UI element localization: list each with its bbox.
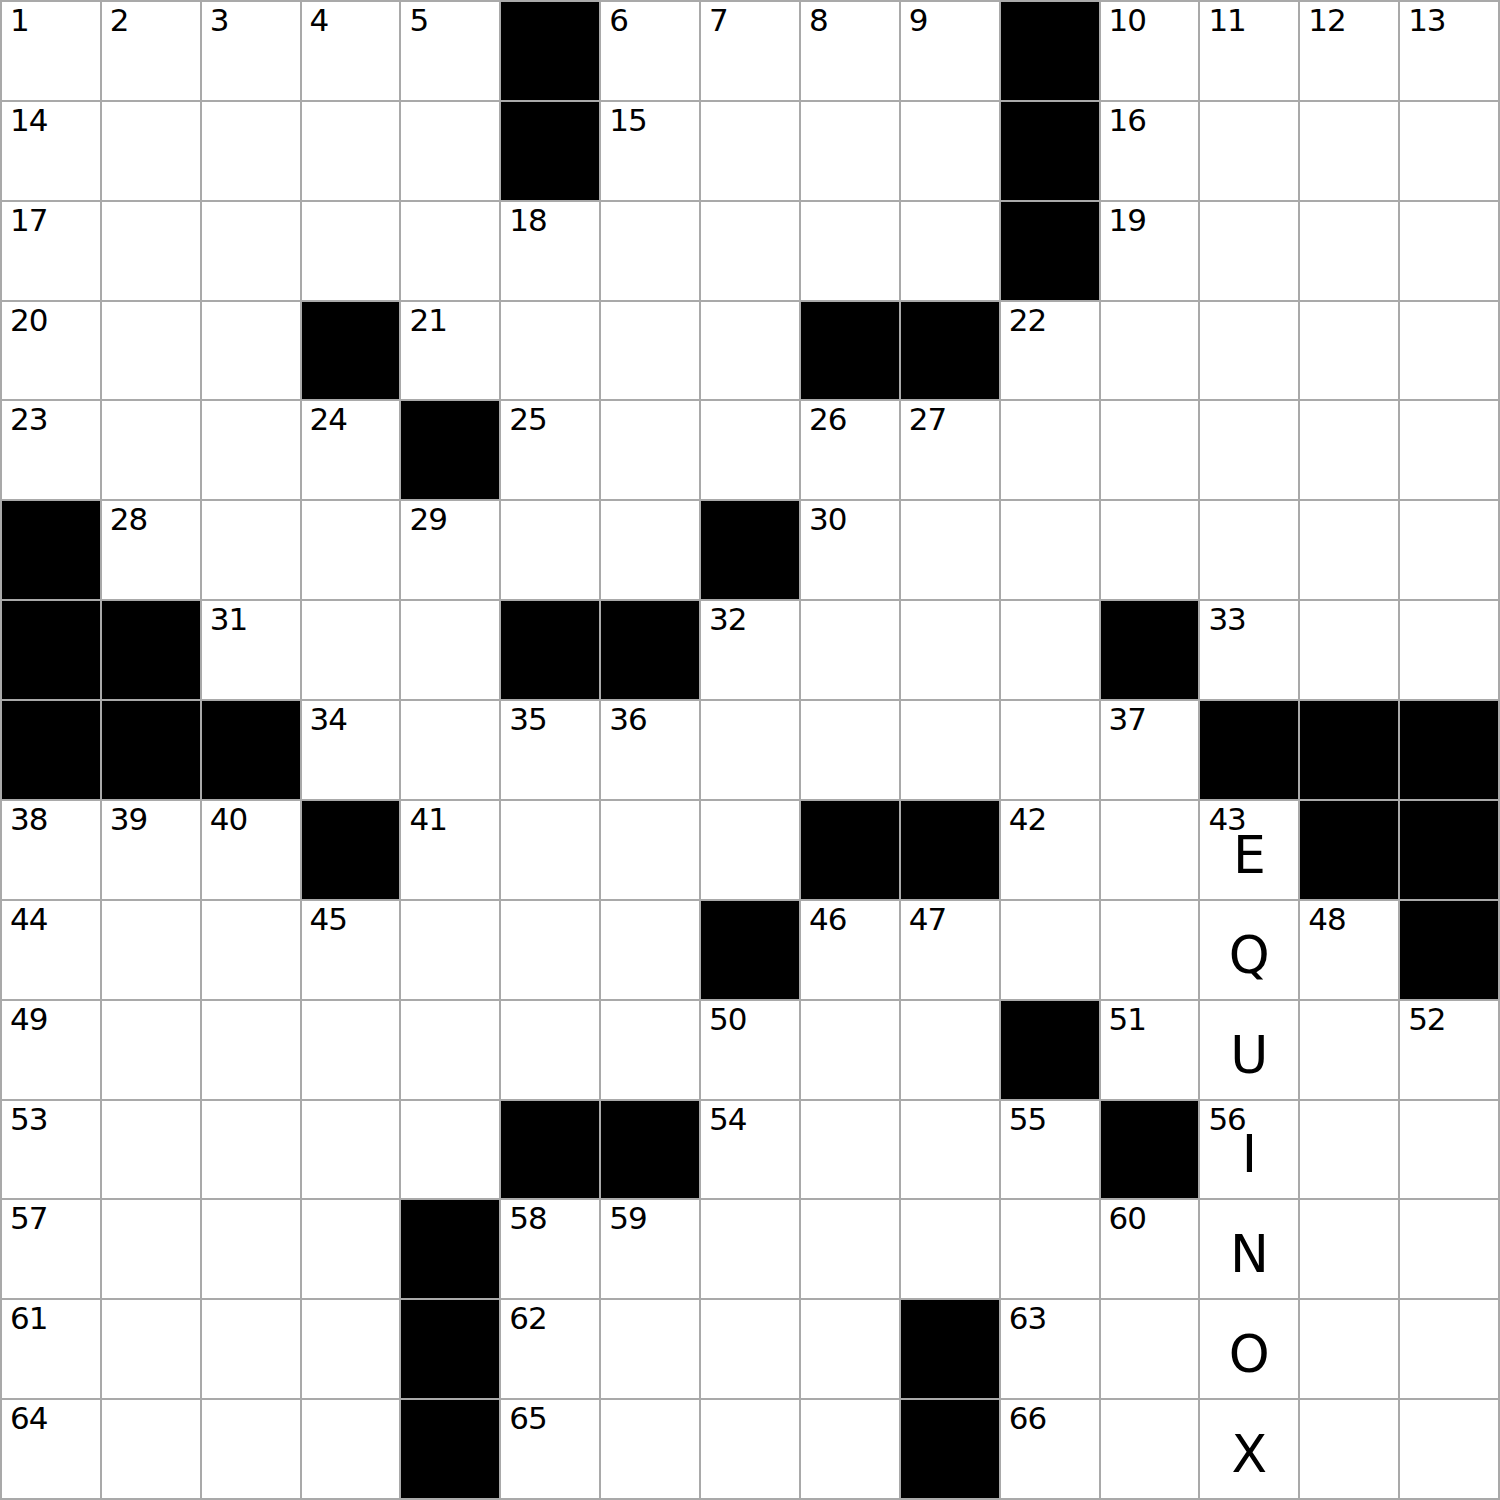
clue-number: 18 (509, 203, 546, 239)
clue-number: 20 (10, 303, 47, 339)
cell-r3c3[interactable] (202, 202, 300, 300)
black-cell-r11c11 (1001, 1001, 1099, 1099)
cell-r10c4[interactable]: 45 (302, 901, 400, 999)
cell-r2c12[interactable]: 16 (1101, 102, 1199, 200)
cell-r14c3[interactable] (202, 1300, 300, 1398)
cell-r10c13[interactable]: Q (1200, 901, 1298, 999)
cell-r3c6[interactable]: 18 (501, 202, 599, 300)
cell-r11c13[interactable]: U (1200, 1001, 1298, 1099)
clue-number: 17 (10, 203, 47, 239)
cell-r11c3[interactable] (202, 1001, 300, 1099)
clue-number: 39 (110, 802, 147, 838)
cell-r1c12[interactable]: 10 (1101, 2, 1199, 100)
cell-r1c2[interactable]: 2 (102, 2, 200, 100)
cell-r6c10[interactable] (901, 501, 999, 599)
clue-number: 23 (10, 402, 47, 438)
cell-r12c13[interactable]: 56I (1200, 1101, 1298, 1199)
cell-r1c13[interactable]: 11 (1200, 2, 1298, 100)
cell-r2c13[interactable] (1200, 102, 1298, 200)
clue-number: 12 (1308, 3, 1345, 39)
cell-r4c6[interactable] (501, 302, 599, 400)
black-cell-r15c5 (401, 1400, 499, 1498)
clue-number: 6 (609, 3, 628, 39)
cell-r10c6[interactable] (501, 901, 599, 999)
cell-r8c12[interactable]: 37 (1101, 701, 1199, 799)
cell-r5c14[interactable] (1300, 401, 1398, 499)
clue-number: 3 (210, 3, 229, 39)
clue-number: 14 (10, 103, 47, 139)
cell-r10c12[interactable] (1101, 901, 1199, 999)
fill-letter: O (1229, 1324, 1270, 1384)
clue-number: 16 (1109, 103, 1146, 139)
cell-r15c4[interactable] (302, 1400, 400, 1498)
black-cell-r10c15 (1400, 901, 1498, 999)
black-cell-r1c11 (1001, 2, 1099, 100)
cell-r13c3[interactable] (202, 1200, 300, 1298)
cell-r7c9[interactable] (801, 601, 899, 699)
cell-r2c3[interactable] (202, 102, 300, 200)
clue-number: 43 (1208, 802, 1245, 838)
cell-r3c5[interactable] (401, 202, 499, 300)
cell-r9c12[interactable] (1101, 801, 1199, 899)
clue-number: 40 (210, 802, 247, 838)
clue-number: 62 (509, 1301, 546, 1337)
cell-r8c11[interactable] (1001, 701, 1099, 799)
cell-r15c8[interactable] (701, 1400, 799, 1498)
cell-r7c13[interactable]: 33 (1200, 601, 1298, 699)
cell-r12c15[interactable] (1400, 1101, 1498, 1199)
clue-number: 13 (1408, 3, 1445, 39)
cell-r8c9[interactable] (801, 701, 899, 799)
cell-r10c14[interactable]: 48 (1300, 901, 1398, 999)
cell-r1c4[interactable]: 4 (302, 2, 400, 100)
cell-r13c6[interactable]: 58 (501, 1200, 599, 1298)
fill-letter: U (1230, 1025, 1268, 1085)
cell-r10c11[interactable] (1001, 901, 1099, 999)
cell-r12c11[interactable]: 55 (1001, 1101, 1099, 1199)
black-cell-r12c6 (501, 1101, 599, 1199)
cell-r5c13[interactable] (1200, 401, 1298, 499)
cell-r15c3[interactable] (202, 1400, 300, 1498)
cell-r3c13[interactable] (1200, 202, 1298, 300)
cell-r2c5[interactable] (401, 102, 499, 200)
black-cell-r7c12 (1101, 601, 1199, 699)
cell-r6c7[interactable] (601, 501, 699, 599)
cell-r11c6[interactable] (501, 1001, 599, 1099)
cell-r6c6[interactable] (501, 501, 599, 599)
cell-r3c2[interactable] (102, 202, 200, 300)
cell-r1c8[interactable]: 7 (701, 2, 799, 100)
cell-r13c11[interactable] (1001, 1200, 1099, 1298)
cell-r13c10[interactable] (901, 1200, 999, 1298)
clue-number: 35 (509, 702, 546, 738)
cell-r13c14[interactable] (1300, 1200, 1398, 1298)
fill-letter: N (1230, 1224, 1269, 1284)
cell-r11c1[interactable]: 49 (2, 1001, 100, 1099)
cell-r1c14[interactable]: 12 (1300, 2, 1398, 100)
black-cell-r14c5 (401, 1300, 499, 1398)
cell-r14c14[interactable] (1300, 1300, 1398, 1398)
clue-number: 51 (1109, 1002, 1146, 1038)
black-cell-r12c12 (1101, 1101, 1199, 1199)
cell-r2c7[interactable]: 15 (601, 102, 699, 200)
cell-r7c4[interactable] (302, 601, 400, 699)
crossword-board: 1234567891011121314151617181920212223242… (0, 0, 1500, 1500)
black-cell-r7c2 (102, 601, 200, 699)
cell-r14c11[interactable]: 63 (1001, 1300, 1099, 1398)
cell-r10c10[interactable]: 47 (901, 901, 999, 999)
cell-r15c7[interactable] (601, 1400, 699, 1498)
cell-r2c2[interactable] (102, 102, 200, 200)
cell-r1c1[interactable]: 1 (2, 2, 100, 100)
black-cell-r5c5 (401, 401, 499, 499)
cell-r15c14[interactable] (1300, 1400, 1398, 1498)
cell-r14c4[interactable] (302, 1300, 400, 1398)
clue-number: 55 (1009, 1102, 1046, 1138)
clue-number: 15 (609, 103, 646, 139)
clue-number: 63 (1009, 1301, 1046, 1337)
cell-r3c7[interactable] (601, 202, 699, 300)
clue-number: 45 (310, 902, 347, 938)
black-cell-r2c6 (501, 102, 599, 200)
cell-r9c5[interactable]: 41 (401, 801, 499, 899)
clue-number: 29 (409, 502, 446, 538)
cell-r8c5[interactable] (401, 701, 499, 799)
black-cell-r1c6 (501, 2, 599, 100)
clue-number: 50 (709, 1002, 746, 1038)
clue-number: 41 (409, 802, 446, 838)
clue-number: 32 (709, 602, 746, 638)
clue-number: 10 (1109, 3, 1146, 39)
clue-number: 52 (1408, 1002, 1445, 1038)
cell-r8c10[interactable] (901, 701, 999, 799)
clue-number: 33 (1208, 602, 1245, 638)
cell-r5c3[interactable] (202, 401, 300, 499)
clue-number: 44 (10, 902, 47, 938)
cell-r9c13[interactable]: 43E (1200, 801, 1298, 899)
black-cell-r15c10 (901, 1400, 999, 1498)
cell-r4c12[interactable] (1101, 302, 1199, 400)
cell-r12c8[interactable]: 54 (701, 1101, 799, 1199)
black-cell-r8c15 (1400, 701, 1498, 799)
cell-r13c7[interactable]: 59 (601, 1200, 699, 1298)
cell-r13c8[interactable] (701, 1200, 799, 1298)
cell-r4c11[interactable]: 22 (1001, 302, 1099, 400)
clue-number: 25 (509, 402, 546, 438)
cell-r11c8[interactable]: 50 (701, 1001, 799, 1099)
clue-number: 24 (310, 402, 347, 438)
cell-r15c13[interactable]: X (1200, 1400, 1298, 1498)
cell-r1c3[interactable]: 3 (202, 2, 300, 100)
cell-r8c6[interactable]: 35 (501, 701, 599, 799)
cell-r15c2[interactable] (102, 1400, 200, 1498)
cell-r15c6[interactable]: 65 (501, 1400, 599, 1498)
cell-r12c2[interactable] (102, 1101, 200, 1199)
clue-number: 57 (10, 1201, 47, 1237)
clue-number: 49 (10, 1002, 47, 1038)
cell-r4c13[interactable] (1200, 302, 1298, 400)
cell-r13c4[interactable] (302, 1200, 400, 1298)
clue-number: 19 (1109, 203, 1146, 239)
cell-r11c10[interactable] (901, 1001, 999, 1099)
cell-r4c2[interactable] (102, 302, 200, 400)
clue-number: 48 (1308, 902, 1345, 938)
black-cell-r3c11 (1001, 202, 1099, 300)
cell-r4c8[interactable] (701, 302, 799, 400)
clue-number: 60 (1109, 1201, 1146, 1237)
black-cell-r7c7 (601, 601, 699, 699)
black-cell-r14c10 (901, 1300, 999, 1398)
cell-r9c6[interactable] (501, 801, 599, 899)
black-cell-r10c8 (701, 901, 799, 999)
clue-number: 37 (1109, 702, 1146, 738)
cell-r9c11[interactable]: 42 (1001, 801, 1099, 899)
cell-r2c10[interactable] (901, 102, 999, 200)
clue-number: 27 (909, 402, 946, 438)
cell-r3c12[interactable]: 19 (1101, 202, 1199, 300)
cell-r9c7[interactable] (601, 801, 699, 899)
cell-r10c5[interactable] (401, 901, 499, 999)
cell-r2c15[interactable] (1400, 102, 1498, 200)
clue-number: 30 (809, 502, 846, 538)
cell-r15c15[interactable] (1400, 1400, 1498, 1498)
cell-r1c5[interactable]: 5 (401, 2, 499, 100)
cell-r4c1[interactable]: 20 (2, 302, 100, 400)
cell-r9c3[interactable]: 40 (202, 801, 300, 899)
cell-r6c3[interactable] (202, 501, 300, 599)
cell-r6c13[interactable] (1200, 501, 1298, 599)
cell-r13c2[interactable] (102, 1200, 200, 1298)
cell-r3c9[interactable] (801, 202, 899, 300)
clue-number: 9 (909, 3, 928, 39)
cell-r10c3[interactable] (202, 901, 300, 999)
cell-r7c14[interactable] (1300, 601, 1398, 699)
cell-r5c1[interactable]: 23 (2, 401, 100, 499)
cell-r4c7[interactable] (601, 302, 699, 400)
cell-r6c15[interactable] (1400, 501, 1498, 599)
cell-r6c5[interactable]: 29 (401, 501, 499, 599)
cell-r6c11[interactable] (1001, 501, 1099, 599)
clue-number: 8 (809, 3, 828, 39)
cell-r7c5[interactable] (401, 601, 499, 699)
clue-number: 7 (709, 3, 728, 39)
cell-r2c14[interactable] (1300, 102, 1398, 200)
black-cell-r4c10 (901, 302, 999, 400)
black-cell-r9c15 (1400, 801, 1498, 899)
cell-r8c7[interactable]: 36 (601, 701, 699, 799)
cell-r10c1[interactable]: 44 (2, 901, 100, 999)
black-cell-r12c7 (601, 1101, 699, 1199)
clue-number: 64 (10, 1401, 47, 1437)
cell-r15c12[interactable] (1101, 1400, 1199, 1498)
clue-number: 38 (10, 802, 47, 838)
cell-r11c4[interactable] (302, 1001, 400, 1099)
cell-r6c12[interactable] (1101, 501, 1199, 599)
cell-r5c2[interactable] (102, 401, 200, 499)
cell-r12c3[interactable] (202, 1101, 300, 1199)
black-cell-r7c1 (2, 601, 100, 699)
cell-r9c2[interactable]: 39 (102, 801, 200, 899)
cell-r4c15[interactable] (1400, 302, 1498, 400)
cell-r1c15[interactable]: 13 (1400, 2, 1498, 100)
cell-r10c7[interactable] (601, 901, 699, 999)
cell-r15c1[interactable]: 64 (2, 1400, 100, 1498)
black-cell-r6c8 (701, 501, 799, 599)
cell-r13c1[interactable]: 57 (2, 1200, 100, 1298)
black-cell-r8c1 (2, 701, 100, 799)
black-cell-r6c1 (2, 501, 100, 599)
cell-r11c12[interactable]: 51 (1101, 1001, 1199, 1099)
cell-r14c15[interactable] (1400, 1300, 1498, 1398)
cell-r11c7[interactable] (601, 1001, 699, 1099)
cell-r14c12[interactable] (1101, 1300, 1199, 1398)
cell-r10c2[interactable] (102, 901, 200, 999)
clue-number: 46 (809, 902, 846, 938)
cell-r4c5[interactable]: 21 (401, 302, 499, 400)
cell-r11c2[interactable] (102, 1001, 200, 1099)
cell-r2c4[interactable] (302, 102, 400, 200)
cell-r13c12[interactable]: 60 (1101, 1200, 1199, 1298)
black-cell-r13c5 (401, 1200, 499, 1298)
clue-number: 4 (310, 3, 329, 39)
black-cell-r4c4 (302, 302, 400, 400)
cell-r5c6[interactable]: 25 (501, 401, 599, 499)
cell-r13c15[interactable] (1400, 1200, 1498, 1298)
black-cell-r9c4 (302, 801, 400, 899)
cell-r12c14[interactable] (1300, 1101, 1398, 1199)
clue-number: 36 (609, 702, 646, 738)
cell-r13c9[interactable] (801, 1200, 899, 1298)
clue-number: 31 (210, 602, 247, 638)
cell-r15c9[interactable] (801, 1400, 899, 1498)
cell-r12c5[interactable] (401, 1101, 499, 1199)
clue-number: 5 (409, 3, 428, 39)
cell-r14c2[interactable] (102, 1300, 200, 1398)
clue-number: 59 (609, 1201, 646, 1237)
clue-number: 2 (110, 3, 129, 39)
clue-number: 61 (10, 1301, 47, 1337)
cell-r12c10[interactable] (901, 1101, 999, 1199)
clue-number: 65 (509, 1401, 546, 1437)
cell-r7c3[interactable]: 31 (202, 601, 300, 699)
cell-r7c10[interactable] (901, 601, 999, 699)
cell-r12c9[interactable] (801, 1101, 899, 1199)
cell-r8c4[interactable]: 34 (302, 701, 400, 799)
clue-number: 22 (1009, 303, 1046, 339)
fill-letter: Q (1229, 925, 1270, 985)
cell-r7c8[interactable]: 32 (701, 601, 799, 699)
cell-r12c4[interactable] (302, 1101, 400, 1199)
black-cell-r9c9 (801, 801, 899, 899)
cell-r3c15[interactable] (1400, 202, 1498, 300)
black-cell-r8c3 (202, 701, 300, 799)
cell-r11c14[interactable] (1300, 1001, 1398, 1099)
cell-r14c6[interactable]: 62 (501, 1300, 599, 1398)
cell-r5c7[interactable] (601, 401, 699, 499)
black-cell-r9c14 (1300, 801, 1398, 899)
cell-r3c1[interactable]: 17 (2, 202, 100, 300)
cell-r11c9[interactable] (801, 1001, 899, 1099)
cell-r9c8[interactable] (701, 801, 799, 899)
cell-r7c11[interactable] (1001, 601, 1099, 699)
fill-letter: X (1232, 1424, 1268, 1484)
black-cell-r8c2 (102, 701, 200, 799)
cell-r2c1[interactable]: 14 (2, 102, 100, 200)
black-cell-r2c11 (1001, 102, 1099, 200)
clue-number: 11 (1208, 3, 1245, 39)
cell-r5c10[interactable]: 27 (901, 401, 999, 499)
cell-r5c4[interactable]: 24 (302, 401, 400, 499)
clue-number: 21 (409, 303, 446, 339)
clue-number: 42 (1009, 802, 1046, 838)
cell-r14c1[interactable]: 61 (2, 1300, 100, 1398)
cell-r5c15[interactable] (1400, 401, 1498, 499)
cell-r6c9[interactable]: 30 (801, 501, 899, 599)
cell-r14c13[interactable]: O (1200, 1300, 1298, 1398)
cell-r1c9[interactable]: 8 (801, 2, 899, 100)
clue-number: 56 (1208, 1102, 1245, 1138)
black-cell-r8c13 (1200, 701, 1298, 799)
black-cell-r4c9 (801, 302, 899, 400)
cell-r3c10[interactable] (901, 202, 999, 300)
black-cell-r8c14 (1300, 701, 1398, 799)
cell-r3c14[interactable] (1300, 202, 1398, 300)
cell-r12c1[interactable]: 53 (2, 1101, 100, 1199)
cell-r4c3[interactable] (202, 302, 300, 400)
clue-number: 1 (10, 3, 29, 39)
cell-r9c1[interactable]: 38 (2, 801, 100, 899)
cell-r6c14[interactable] (1300, 501, 1398, 599)
cell-r14c9[interactable] (801, 1300, 899, 1398)
cell-r3c8[interactable] (701, 202, 799, 300)
cell-r7c15[interactable] (1400, 601, 1498, 699)
clue-number: 53 (10, 1102, 47, 1138)
cell-r4c14[interactable] (1300, 302, 1398, 400)
clue-number: 34 (310, 702, 347, 738)
cell-r15c11[interactable]: 66 (1001, 1400, 1099, 1498)
cell-r5c8[interactable] (701, 401, 799, 499)
cell-r14c7[interactable] (601, 1300, 699, 1398)
cell-r6c2[interactable]: 28 (102, 501, 200, 599)
clue-number: 26 (809, 402, 846, 438)
clue-number: 58 (509, 1201, 546, 1237)
cell-r14c8[interactable] (701, 1300, 799, 1398)
cell-r11c5[interactable] (401, 1001, 499, 1099)
black-cell-r7c6 (501, 601, 599, 699)
clue-number: 54 (709, 1102, 746, 1138)
clue-number: 66 (1009, 1401, 1046, 1437)
clue-number: 47 (909, 902, 946, 938)
cell-r3c4[interactable] (302, 202, 400, 300)
cell-r11c15[interactable]: 52 (1400, 1001, 1498, 1099)
cell-r10c9[interactable]: 46 (801, 901, 899, 999)
cell-r5c9[interactable]: 26 (801, 401, 899, 499)
cell-r2c8[interactable] (701, 102, 799, 200)
cell-r2c9[interactable] (801, 102, 899, 200)
cell-r5c12[interactable] (1101, 401, 1199, 499)
cell-r8c8[interactable] (701, 701, 799, 799)
cell-r1c7[interactable]: 6 (601, 2, 699, 100)
black-cell-r9c10 (901, 801, 999, 899)
cell-r5c11[interactable] (1001, 401, 1099, 499)
cell-r13c13[interactable]: N (1200, 1200, 1298, 1298)
clue-number: 28 (110, 502, 147, 538)
cell-r1c10[interactable]: 9 (901, 2, 999, 100)
cell-r6c4[interactable] (302, 501, 400, 599)
